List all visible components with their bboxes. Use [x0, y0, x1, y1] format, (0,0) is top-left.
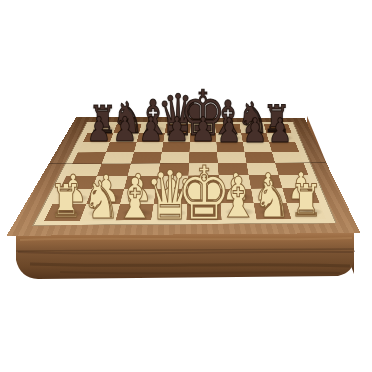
- chess-set-photo: ♜♞♝♛♚♝♞♜♟♟♟♟♟♟♟♟♟♟♟♟♟♟♟♟♜♞♝♛♚♝♞♜: [0, 0, 372, 372]
- piece-white-rook-a1: ♜: [49, 180, 83, 226]
- piece-black-pawn-c7: ♟: [139, 114, 164, 148]
- piece-white-rook-h1: ♜: [289, 179, 322, 224]
- pieces-layer: ♜♞♝♛♚♝♞♜♟♟♟♟♟♟♟♟♟♟♟♟♟♟♟♟♜♞♝♛♚♝♞♜: [0, 0, 372, 372]
- piece-black-pawn-f7: ♟: [217, 114, 242, 148]
- piece-black-pawn-b7: ♟: [112, 114, 137, 148]
- piece-black-pawn-e7: ♟: [191, 114, 216, 148]
- piece-black-pawn-a7: ♟: [86, 114, 111, 148]
- piece-black-pawn-g7: ♟: [242, 114, 267, 147]
- piece-white-knight-g1: ♞: [253, 174, 291, 225]
- piece-black-pawn-h7: ♟: [268, 114, 293, 147]
- piece-black-pawn-d7: ♟: [165, 114, 190, 148]
